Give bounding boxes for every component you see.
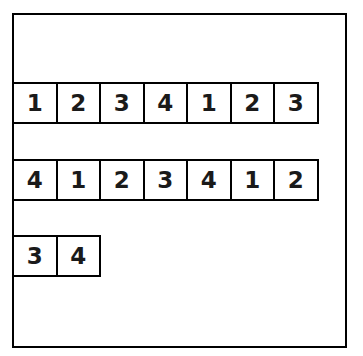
number-strip-1: 1 2 3 4 1 2 3 — [12, 82, 319, 124]
cell-r2c1: 4 — [13, 160, 57, 200]
cell-r3c1: 3 — [13, 236, 57, 276]
cell-r1c7: 3 — [274, 83, 318, 123]
number-strip-3: 3 4 — [12, 235, 101, 277]
cell-r2c3: 2 — [100, 160, 144, 200]
diagram-canvas: 1 2 3 4 1 2 3 4 1 2 3 4 1 2 3 4 — [0, 0, 363, 356]
cell-r2c6: 1 — [231, 160, 275, 200]
cell-r3c2: 4 — [57, 236, 101, 276]
cell-r1c4: 4 — [144, 83, 188, 123]
cell-r2c2: 1 — [57, 160, 101, 200]
cell-r1c6: 2 — [231, 83, 275, 123]
cell-r1c1: 1 — [13, 83, 57, 123]
cell-r1c3: 3 — [100, 83, 144, 123]
number-strip-2: 4 1 2 3 4 1 2 — [12, 159, 319, 201]
cell-r2c5: 4 — [187, 160, 231, 200]
cell-r2c7: 2 — [274, 160, 318, 200]
cell-r1c2: 2 — [57, 83, 101, 123]
cell-r2c4: 3 — [144, 160, 188, 200]
cell-r1c5: 1 — [187, 83, 231, 123]
